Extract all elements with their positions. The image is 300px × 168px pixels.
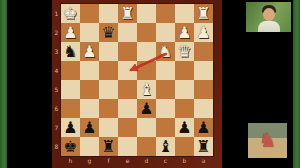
square-c8[interactable]: ♝ [156,137,175,156]
square-d4[interactable] [137,61,156,80]
square-f5[interactable] [99,80,118,99]
square-f1[interactable] [99,4,118,23]
square-e4[interactable] [118,61,137,80]
presenter-face [263,8,275,21]
file-label-b: b [175,156,194,166]
knight-figurine-icon: ♞ [248,123,287,158]
rank-labels: 12345678 [52,4,61,156]
file-label-c: c [156,156,175,166]
black-pawn: ♟ [80,118,99,137]
square-a8[interactable]: ♜ [194,137,213,156]
square-c2[interactable] [156,23,175,42]
square-e3[interactable] [118,42,137,61]
black-pawn: ♟ [194,118,213,137]
square-b7[interactable]: ♟ [175,118,194,137]
black-pawn: ♟ [175,118,194,137]
white-king: ♚ [61,4,80,23]
black-king: ♚ [61,137,80,156]
black-knight: ♞ [61,42,80,61]
square-f4[interactable] [99,61,118,80]
square-g3[interactable]: ♟ [80,42,99,61]
square-d1[interactable] [137,4,156,23]
black-pawn: ♟ [61,118,80,137]
square-h8[interactable]: ♚ [61,137,80,156]
square-h3[interactable]: ♞ [61,42,80,61]
white-pawn: ♟ [175,23,194,42]
square-c5[interactable] [156,80,175,99]
square-d8[interactable] [137,137,156,156]
square-g4[interactable] [80,61,99,80]
black-rook: ♜ [99,137,118,156]
square-f6[interactable] [99,99,118,118]
square-b5[interactable] [175,80,194,99]
square-a2[interactable]: ♟ [194,23,213,42]
chess-board-frame: 12345678 hgfedcba ♚♜♜♟♛♟♟♞♟♞♛♝♟♟♟♟♟♚♜♝♜ [52,0,222,168]
rank-label-6: 6 [52,99,61,118]
square-e7[interactable] [118,118,137,137]
square-c1[interactable] [156,4,175,23]
square-d7[interactable] [137,118,156,137]
square-b6[interactable] [175,99,194,118]
white-rook: ♜ [118,4,137,23]
file-label-h: h [61,156,80,166]
white-rook: ♜ [194,4,213,23]
white-knight: ♞ [156,42,175,61]
rank-label-2: 2 [52,23,61,42]
square-h6[interactable] [61,99,80,118]
square-f3[interactable] [99,42,118,61]
webcam-video [246,2,291,32]
square-g8[interactable] [80,137,99,156]
square-c3[interactable]: ♞ [156,42,175,61]
black-bishop: ♝ [156,137,175,156]
square-a6[interactable] [194,99,213,118]
square-b3[interactable]: ♛ [175,42,194,61]
corner-thumbnail: ♞ [248,123,287,158]
square-c7[interactable] [156,118,175,137]
file-label-g: g [80,156,99,166]
white-pawn: ♟ [61,23,80,42]
chess-board[interactable]: ♚♜♜♟♛♟♟♞♟♞♛♝♟♟♟♟♟♚♜♝♜ [61,4,213,156]
square-f2[interactable]: ♛ [99,23,118,42]
square-e6[interactable] [118,99,137,118]
file-label-e: e [118,156,137,166]
left-green-bar [0,0,7,168]
rank-label-4: 4 [52,61,61,80]
white-pawn: ♟ [194,23,213,42]
square-e1[interactable]: ♜ [118,4,137,23]
file-label-d: d [137,156,156,166]
square-e5[interactable] [118,80,137,99]
file-label-f: f [99,156,118,166]
square-g1[interactable] [80,4,99,23]
square-f8[interactable]: ♜ [99,137,118,156]
square-h1[interactable]: ♚ [61,4,80,23]
rank-label-5: 5 [52,80,61,99]
white-pawn: ♟ [80,42,99,61]
square-h2[interactable]: ♟ [61,23,80,42]
square-e8[interactable] [118,137,137,156]
square-c6[interactable] [156,99,175,118]
file-labels: hgfedcba [61,156,213,166]
square-b2[interactable]: ♟ [175,23,194,42]
square-a7[interactable]: ♟ [194,118,213,137]
video-frame: 12345678 hgfedcba ♚♜♜♟♛♟♟♞♟♞♛♝♟♟♟♟♟♚♜♝♜ … [0,0,300,168]
square-d2[interactable] [137,23,156,42]
rank-label-7: 7 [52,118,61,137]
square-a4[interactable] [194,61,213,80]
square-c4[interactable] [156,61,175,80]
square-b8[interactable] [175,137,194,156]
square-a3[interactable] [194,42,213,61]
black-pawn: ♟ [137,99,156,118]
square-h4[interactable] [61,61,80,80]
square-a5[interactable] [194,80,213,99]
black-queen: ♛ [99,23,118,42]
presenter-shirt [258,21,280,32]
square-g6[interactable] [80,99,99,118]
rank-label-3: 3 [52,42,61,61]
file-label-a: a [194,156,213,166]
square-e2[interactable] [118,23,137,42]
white-bishop: ♝ [137,80,156,99]
square-g5[interactable] [80,80,99,99]
right-green-bar [293,0,300,168]
square-g2[interactable] [80,23,99,42]
white-queen: ♛ [175,42,194,61]
rank-label-8: 8 [52,137,61,156]
square-d3[interactable] [137,42,156,61]
black-rook: ♜ [194,137,213,156]
square-b1[interactable] [175,4,194,23]
square-g7[interactable]: ♟ [80,118,99,137]
square-f7[interactable] [99,118,118,137]
square-b4[interactable] [175,61,194,80]
square-h7[interactable]: ♟ [61,118,80,137]
square-d5[interactable]: ♝ [137,80,156,99]
square-d6[interactable]: ♟ [137,99,156,118]
rank-label-1: 1 [52,4,61,23]
square-a1[interactable]: ♜ [194,4,213,23]
square-h5[interactable] [61,80,80,99]
